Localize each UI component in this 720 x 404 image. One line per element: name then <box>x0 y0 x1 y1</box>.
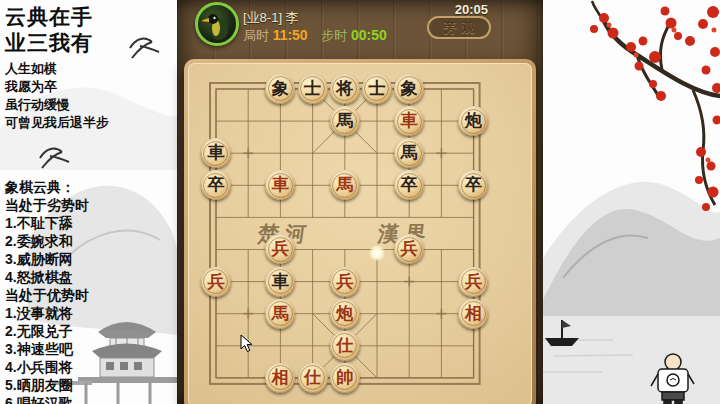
piece-red-elephant[interactable]: 相 <box>458 299 488 329</box>
left-panel-poem: 人生如棋我愿为卒虽行动缓慢可曾见我后退半步 <box>5 60 109 132</box>
right-panel: 天天象棋 业三守门员 路边摊老云 <box>543 0 720 404</box>
game-time-value: 11:50 <box>273 27 308 43</box>
left-panel-line: 2.委婉求和 <box>5 232 89 250</box>
water-lines <box>543 340 633 372</box>
piece-black-chariot[interactable]: 車 <box>265 267 295 297</box>
left-panel-line: 6.唱好汉歌 <box>5 394 89 404</box>
left-panel-line: 虽行动缓慢 <box>5 96 109 114</box>
right-panel-ink-art <box>543 0 720 404</box>
left-panel-line: 当处于优势时 <box>5 286 89 304</box>
piece-red-horse[interactable]: 馬 <box>330 170 360 200</box>
piece-red-pawn[interactable]: 兵 <box>201 267 231 297</box>
piece-black-horse[interactable]: 馬 <box>394 138 424 168</box>
piece-black-horse[interactable]: 馬 <box>330 106 360 136</box>
piece-black-cannon[interactable]: 炮 <box>458 106 488 136</box>
piece-red-advisor[interactable]: 仕 <box>330 331 360 361</box>
left-panel-line: 当处于劣势时 <box>5 196 89 214</box>
player-name: [业8-1] 李 <box>243 9 299 27</box>
piece-black-pawn[interactable]: 卒 <box>458 170 488 200</box>
boat-icon <box>545 320 579 346</box>
move-indicator-dot <box>369 245 385 261</box>
plum-blossom-branch <box>590 1 720 211</box>
gray-mountain <box>543 209 720 316</box>
left-panel-line: 5.晒朋友圈 <box>5 376 89 394</box>
xiangqi-board-frame: 楚河 漢界 象士将士象馬車炮車馬卒車馬卒卒兵兵兵車兵兵馬炮相仕相仕帥 <box>184 59 536 404</box>
left-panel-line: 3.威胁断网 <box>5 250 89 268</box>
mouse-cursor <box>240 334 254 354</box>
left-panel-line: 2.无限兑子 <box>5 322 89 340</box>
game-time-label: 局时 <box>243 28 269 43</box>
left-panel-title: 云典在手业三我有 <box>5 4 93 56</box>
left-panel-line: 人生如棋 <box>5 60 109 78</box>
move-time-value: 00:50 <box>351 27 387 43</box>
left-panel-line: 4.怒掀棋盘 <box>5 268 89 286</box>
system-clock: 20:05 <box>403 2 488 17</box>
left-panel-line: 我愿为卒 <box>5 78 109 96</box>
piece-black-pawn[interactable]: 卒 <box>394 170 424 200</box>
plum-blossoms-light <box>607 23 717 163</box>
piece-red-advisor[interactable]: 仕 <box>298 363 328 393</box>
piece-red-chariot[interactable]: 車 <box>394 106 424 136</box>
left-panel-line: 1.不耻下舔 <box>5 214 89 232</box>
piece-black-advisor[interactable]: 士 <box>362 74 392 104</box>
piece-black-advisor[interactable]: 士 <box>298 74 328 104</box>
left-panel-list: 象棋云典：当处于劣势时1.不耻下舔2.委婉求和3.威胁断网4.怒掀棋盘当处于优势… <box>5 178 89 404</box>
piece-red-pawn[interactable]: 兵 <box>458 267 488 297</box>
piece-black-elephant[interactable]: 象 <box>265 74 295 104</box>
toucan-avatar-image <box>202 11 232 41</box>
piece-red-cannon[interactable]: 炮 <box>330 299 360 329</box>
left-panel-line: 3.神速些吧 <box>5 340 89 358</box>
stream-overlay: 云典在手业三我有 人生如棋我愿为卒虽行动缓慢可曾见我后退半步 象棋云典：当处于劣… <box>0 0 720 404</box>
gray-mountain <box>543 182 720 404</box>
piece-red-chariot[interactable]: 車 <box>265 170 295 200</box>
spectate-button[interactable]: 旁观 <box>427 16 491 39</box>
plum-blossoms <box>590 6 720 211</box>
piece-black-king[interactable]: 将 <box>330 74 360 104</box>
piece-red-horse[interactable]: 馬 <box>265 299 295 329</box>
piece-black-pawn[interactable]: 卒 <box>201 170 231 200</box>
left-panel-line: 云典在手 <box>5 4 93 30</box>
piece-red-pawn[interactable]: 兵 <box>394 234 424 264</box>
left-panel-line: 1.没事就将 <box>5 304 89 322</box>
piece-red-pawn[interactable]: 兵 <box>330 267 360 297</box>
left-panel-line: 象棋云典： <box>5 178 89 196</box>
timers: 局时 11:50 步时 00:50 <box>243 27 387 45</box>
old-man-cartoon <box>651 354 694 404</box>
piece-red-king[interactable]: 帥 <box>330 363 360 393</box>
piece-red-elephant[interactable]: 相 <box>265 363 295 393</box>
crane-icon <box>40 149 69 168</box>
left-panel-line: 4.小兵围将 <box>5 358 89 376</box>
left-panel-line: 业三我有 <box>5 30 93 56</box>
piece-black-elephant[interactable]: 象 <box>394 74 424 104</box>
player-avatar[interactable] <box>195 2 239 46</box>
crane-icon <box>130 39 159 58</box>
left-panel: 云典在手业三我有 人生如棋我愿为卒虽行动缓慢可曾见我后退半步 象棋云典：当处于劣… <box>0 0 177 404</box>
left-panel-line: 可曾见我后退半步 <box>5 114 109 132</box>
move-time-label: 步时 <box>321 28 347 43</box>
piece-black-chariot[interactable]: 車 <box>201 138 231 168</box>
piece-red-pawn[interactable]: 兵 <box>265 234 295 264</box>
